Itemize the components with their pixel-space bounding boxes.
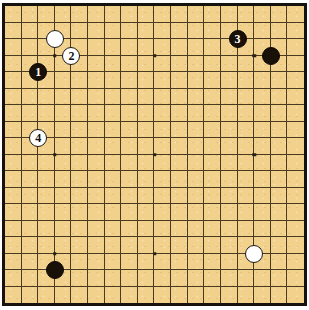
hoshi-point: [153, 54, 157, 58]
move-number-label: 4: [35, 132, 41, 145]
stone-black-P17: 3: [229, 30, 247, 48]
hoshi-point: [53, 153, 57, 157]
board-points-layer: 2143: [5, 6, 304, 303]
stone-white-D17: [46, 30, 64, 48]
stone-black-C15: 1: [29, 63, 47, 81]
stone-white-C11: 4: [29, 129, 47, 147]
move-number-label: 3: [235, 33, 241, 46]
stone-black-D3: [46, 261, 64, 279]
stone-white-Q4: [245, 245, 263, 263]
hoshi-point: [252, 153, 256, 157]
move-number-label: 1: [35, 66, 41, 79]
hoshi-point: [153, 252, 157, 256]
goban: 2143: [2, 3, 307, 306]
go-diagram: 2143: [0, 0, 309, 310]
stone-black-R16: [262, 47, 280, 65]
hoshi-point: [53, 54, 57, 58]
hoshi-point: [252, 54, 256, 58]
hoshi-point: [53, 252, 57, 256]
hoshi-point: [153, 153, 157, 157]
stone-white-E16: 2: [62, 47, 80, 65]
move-number-label: 2: [68, 49, 74, 62]
